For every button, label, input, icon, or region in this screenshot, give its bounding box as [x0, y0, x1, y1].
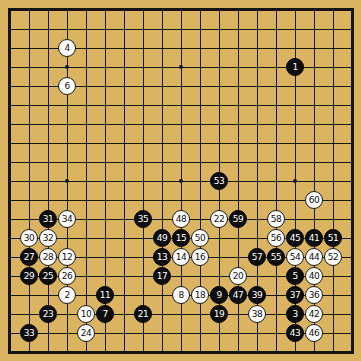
stone-number: 35: [138, 215, 148, 224]
stone-number: 23: [43, 310, 53, 319]
stone-number: 36: [309, 291, 319, 300]
stone-black-57: 57: [248, 248, 266, 266]
stone-white-34: 34: [58, 210, 76, 228]
stone-number: 26: [62, 272, 72, 281]
stone-white-42: 42: [305, 305, 323, 323]
stone-black-49: 49: [153, 229, 171, 247]
stone-black-45: 45: [286, 229, 304, 247]
stone-number: 5: [292, 272, 297, 281]
stone-white-18: 18: [191, 286, 209, 304]
stone-number: 9: [216, 291, 221, 300]
stone-black-17: 17: [153, 267, 171, 285]
stone-number: 32: [43, 234, 53, 243]
stone-white-14: 14: [172, 248, 190, 266]
stone-black-21: 21: [134, 305, 152, 323]
stone-number: 12: [62, 253, 72, 262]
stone-number: 41: [309, 234, 319, 243]
stone-white-38: 38: [248, 305, 266, 323]
stone-number: 47: [233, 291, 243, 300]
stone-black-13: 13: [153, 248, 171, 266]
go-board[interactable]: 1234567891011121314151617181920212223242…: [0, 0, 361, 361]
stone-white-46: 46: [305, 324, 323, 342]
stone-black-3: 3: [286, 305, 304, 323]
stone-number: 54: [290, 253, 300, 262]
stone-black-9: 9: [210, 286, 228, 304]
stone-number: 39: [252, 291, 262, 300]
stone-number: 19: [214, 310, 224, 319]
stone-number: 34: [62, 215, 72, 224]
stone-number: 60: [309, 196, 319, 205]
stone-white-56: 56: [267, 229, 285, 247]
stone-black-29: 29: [20, 267, 38, 285]
stone-black-37: 37: [286, 286, 304, 304]
stone-number: 52: [328, 253, 338, 262]
stone-white-10: 10: [77, 305, 95, 323]
stone-black-11: 11: [96, 286, 114, 304]
stone-black-23: 23: [39, 305, 57, 323]
stone-black-19: 19: [210, 305, 228, 323]
stone-number: 45: [290, 234, 300, 243]
stone-number: 20: [233, 272, 243, 281]
stone-black-51: 51: [324, 229, 342, 247]
stone-number: 59: [233, 215, 243, 224]
stone-white-36: 36: [305, 286, 323, 304]
stone-white-40: 40: [305, 267, 323, 285]
stone-number: 11: [100, 291, 110, 300]
stone-number: 1: [292, 63, 297, 72]
stone-number: 53: [214, 177, 224, 186]
stone-white-52: 52: [324, 248, 342, 266]
go-kifu-diagram: 1234567891011121314151617181920212223242…: [0, 0, 361, 361]
stone-number: 2: [64, 291, 69, 300]
stone-number: 46: [309, 329, 319, 338]
stone-white-4: 4: [58, 39, 76, 57]
stone-number: 30: [24, 234, 34, 243]
stone-number: 16: [195, 253, 205, 262]
stone-number: 37: [290, 291, 300, 300]
stone-black-31: 31: [39, 210, 57, 228]
stone-number: 27: [24, 253, 34, 262]
star-point: [179, 65, 183, 69]
stone-black-15: 15: [172, 229, 190, 247]
stone-number: 29: [24, 272, 34, 281]
stone-white-12: 12: [58, 248, 76, 266]
stone-number: 15: [176, 234, 186, 243]
stone-black-39: 39: [248, 286, 266, 304]
stone-black-27: 27: [20, 248, 38, 266]
stone-black-1: 1: [286, 58, 304, 76]
stone-number: 49: [157, 234, 167, 243]
stone-black-47: 47: [229, 286, 247, 304]
stone-number: 10: [81, 310, 91, 319]
stone-number: 13: [157, 253, 167, 262]
stone-white-20: 20: [229, 267, 247, 285]
stone-number: 58: [271, 215, 281, 224]
stone-white-58: 58: [267, 210, 285, 228]
stone-number: 38: [252, 310, 262, 319]
stone-number: 17: [157, 272, 167, 281]
stone-number: 24: [81, 329, 91, 338]
stone-number: 25: [43, 272, 53, 281]
stone-number: 8: [178, 291, 183, 300]
stone-white-28: 28: [39, 248, 57, 266]
stone-number: 7: [102, 310, 107, 319]
stone-white-16: 16: [191, 248, 209, 266]
stone-number: 21: [138, 310, 148, 319]
stone-number: 43: [290, 329, 300, 338]
stone-white-6: 6: [58, 77, 76, 95]
stone-white-54: 54: [286, 248, 304, 266]
stone-number: 6: [64, 82, 69, 91]
stone-number: 18: [195, 291, 205, 300]
star-point: [65, 65, 69, 69]
stone-number: 50: [195, 234, 205, 243]
stone-number: 22: [214, 215, 224, 224]
stone-black-35: 35: [134, 210, 152, 228]
stone-black-43: 43: [286, 324, 304, 342]
stone-black-41: 41: [305, 229, 323, 247]
stone-black-7: 7: [96, 305, 114, 323]
stone-number: 4: [64, 44, 69, 53]
stone-number: 28: [43, 253, 53, 262]
stone-black-5: 5: [286, 267, 304, 285]
stone-number: 51: [328, 234, 338, 243]
stone-black-33: 33: [20, 324, 38, 342]
stone-white-32: 32: [39, 229, 57, 247]
stone-white-60: 60: [305, 191, 323, 209]
stone-white-50: 50: [191, 229, 209, 247]
stone-white-2: 2: [58, 286, 76, 304]
stone-black-55: 55: [267, 248, 285, 266]
star-point: [179, 179, 183, 183]
star-point: [65, 179, 69, 183]
stone-black-53: 53: [210, 172, 228, 190]
star-point: [293, 179, 297, 183]
stone-number: 40: [309, 272, 319, 281]
stone-number: 3: [292, 310, 297, 319]
stone-white-44: 44: [305, 248, 323, 266]
stone-number: 31: [43, 215, 53, 224]
stone-number: 48: [176, 215, 186, 224]
stone-number: 56: [271, 234, 281, 243]
stone-white-48: 48: [172, 210, 190, 228]
stone-white-8: 8: [172, 286, 190, 304]
stone-white-26: 26: [58, 267, 76, 285]
stone-white-24: 24: [77, 324, 95, 342]
stone-black-25: 25: [39, 267, 57, 285]
stone-black-59: 59: [229, 210, 247, 228]
stone-number: 42: [309, 310, 319, 319]
stone-number: 57: [252, 253, 262, 262]
stone-white-30: 30: [20, 229, 38, 247]
stone-white-22: 22: [210, 210, 228, 228]
stone-number: 55: [271, 253, 281, 262]
stone-number: 14: [176, 253, 186, 262]
stone-number: 33: [24, 329, 34, 338]
stone-number: 44: [309, 253, 319, 262]
